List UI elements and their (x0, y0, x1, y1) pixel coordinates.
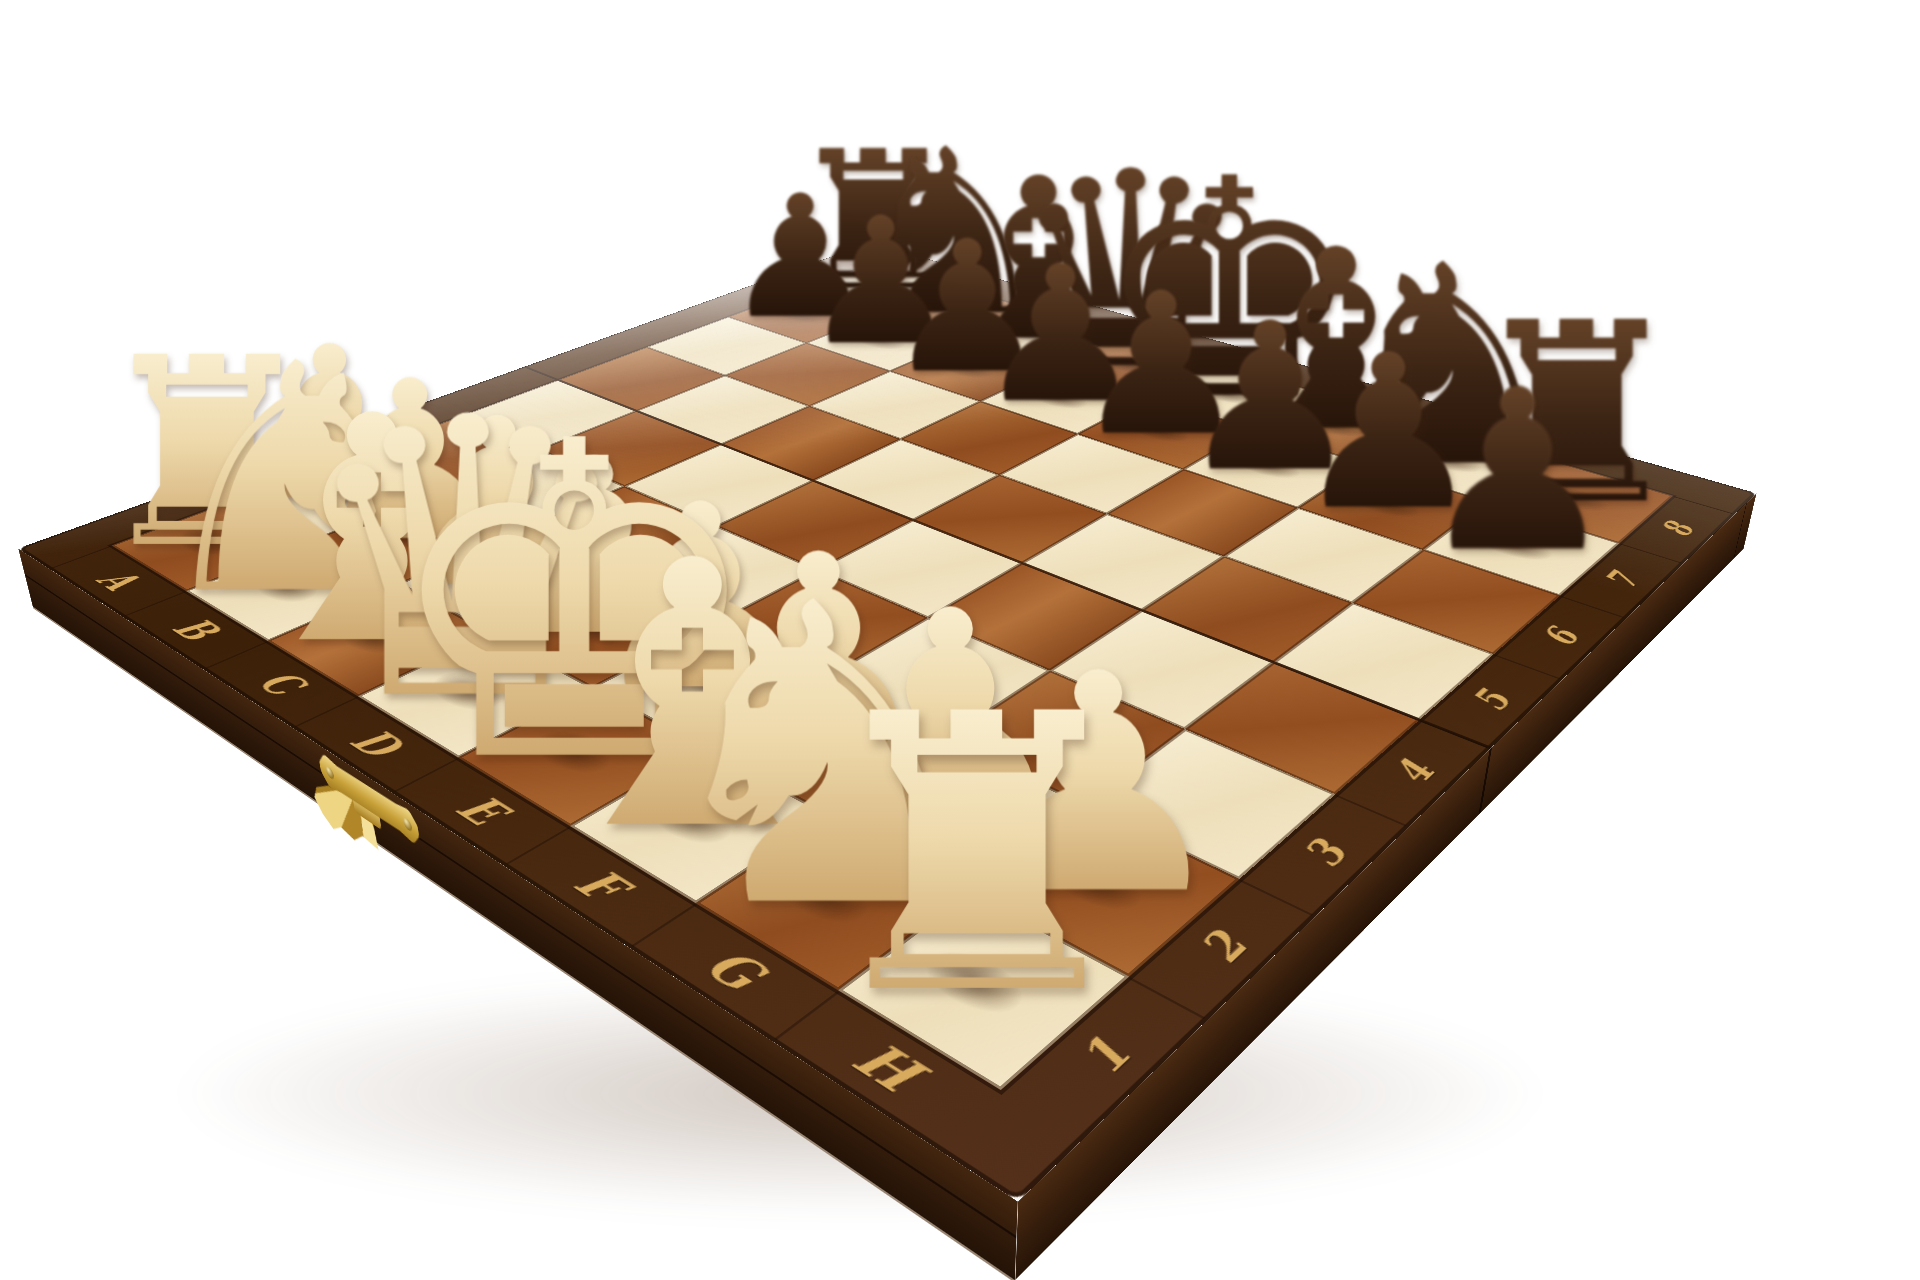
board-stage: ♜♞♝♛♚♝♞♜♟♟♟♟♟♟♟♟♟♟♟♟♟♟♟♟♜♞♝♛♚♝♞♜ ABCDEFG… (297, 0, 1528, 1136)
black-pawn[interactable]: ♟ (1418, 369, 1618, 574)
black-pawn-icon: ♟ (1418, 369, 1618, 574)
product-photo-scene: ♜♞♝♛♚♝♞♜♟♟♟♟♟♟♟♟♟♟♟♟♟♟♟♟♜♞♝♛♚♝♞♜ ABCDEFG… (0, 0, 1920, 1280)
white-rook-icon: ♜ (806, 681, 1148, 1032)
white-rook[interactable]: ♜ (806, 681, 1148, 1032)
fold-seam-side (1478, 747, 1492, 815)
